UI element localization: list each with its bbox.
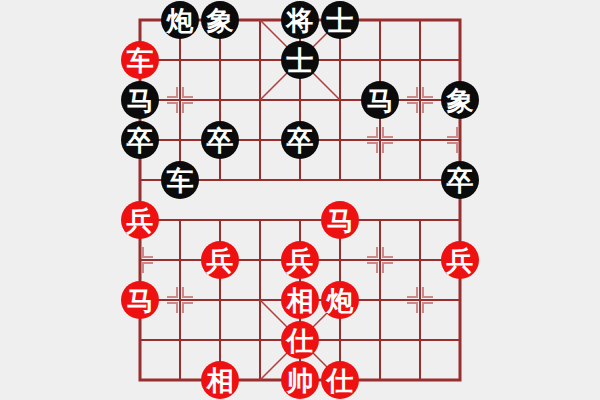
piece-red-horse[interactable]: 马 xyxy=(121,281,159,319)
xiangqi-board[interactable]: 炮象将士车士马马象卒卒卒车卒兵马兵兵兵马相炮仕相帅仕 xyxy=(120,0,480,400)
point-marker xyxy=(440,120,480,160)
piece-red-pawn[interactable]: 兵 xyxy=(121,201,159,239)
point-marker xyxy=(400,80,440,120)
piece-black-general[interactable]: 将 xyxy=(281,1,319,39)
point-marker-bracket xyxy=(182,287,193,298)
piece-red-pawn[interactable]: 兵 xyxy=(441,241,479,279)
point-marker-bracket xyxy=(407,102,418,113)
point-marker-bracket xyxy=(167,87,178,98)
point-marker-bracket xyxy=(447,127,458,138)
piece-black-horse[interactable]: 马 xyxy=(121,81,159,119)
point-marker-bracket xyxy=(367,127,378,138)
point-marker-bracket xyxy=(367,262,378,273)
point-marker-bracket xyxy=(382,127,393,138)
point-marker-bracket xyxy=(382,142,393,153)
point-marker-bracket xyxy=(407,287,418,298)
point-marker-bracket xyxy=(422,87,433,98)
point-marker-bracket xyxy=(167,287,178,298)
point-marker xyxy=(400,280,440,320)
point-marker-bracket xyxy=(142,262,153,273)
point-marker-bracket xyxy=(382,247,393,258)
piece-red-elephant[interactable]: 相 xyxy=(281,281,319,319)
piece-black-pawn[interactable]: 卒 xyxy=(441,161,479,199)
piece-red-pawn[interactable]: 兵 xyxy=(281,241,319,279)
piece-red-advisor[interactable]: 仕 xyxy=(321,361,359,399)
point-marker-bracket xyxy=(167,302,178,313)
point-marker-bracket xyxy=(182,87,193,98)
piece-red-horse[interactable]: 马 xyxy=(321,201,359,239)
point-marker-bracket xyxy=(367,142,378,153)
point-marker xyxy=(360,240,400,280)
point-marker-bracket xyxy=(407,87,418,98)
piece-red-cannon[interactable]: 炮 xyxy=(321,281,359,319)
point-marker-bracket xyxy=(382,262,393,273)
point-marker-bracket xyxy=(422,302,433,313)
point-marker-bracket xyxy=(142,247,153,258)
piece-black-advisor[interactable]: 士 xyxy=(321,1,359,39)
piece-red-pawn[interactable]: 兵 xyxy=(201,241,239,279)
point-marker-bracket xyxy=(407,302,418,313)
piece-red-chariot[interactable]: 车 xyxy=(121,41,159,79)
piece-black-advisor[interactable]: 士 xyxy=(281,41,319,79)
point-marker-bracket xyxy=(182,102,193,113)
point-marker-bracket xyxy=(367,247,378,258)
point-marker-bracket xyxy=(167,102,178,113)
point-marker xyxy=(120,240,160,280)
point-marker xyxy=(160,280,200,320)
point-marker-bracket xyxy=(182,302,193,313)
point-marker-bracket xyxy=(422,287,433,298)
piece-black-pawn[interactable]: 卒 xyxy=(281,121,319,159)
point-marker xyxy=(160,80,200,120)
piece-red-general[interactable]: 帅 xyxy=(281,361,319,399)
piece-black-elephant[interactable]: 象 xyxy=(201,1,239,39)
piece-black-elephant[interactable]: 象 xyxy=(441,81,479,119)
piece-black-cannon[interactable]: 炮 xyxy=(161,1,199,39)
point-marker-bracket xyxy=(447,142,458,153)
point-marker-bracket xyxy=(422,102,433,113)
piece-red-advisor[interactable]: 仕 xyxy=(281,321,319,359)
piece-black-horse[interactable]: 马 xyxy=(361,81,399,119)
board-background: 炮象将士车士马马象卒卒卒车卒兵马兵兵兵马相炮仕相帅仕 xyxy=(0,0,600,400)
point-marker xyxy=(360,120,400,160)
piece-red-elephant[interactable]: 相 xyxy=(201,361,239,399)
piece-black-chariot[interactable]: 车 xyxy=(161,161,199,199)
piece-black-pawn[interactable]: 卒 xyxy=(121,121,159,159)
piece-black-pawn[interactable]: 卒 xyxy=(201,121,239,159)
